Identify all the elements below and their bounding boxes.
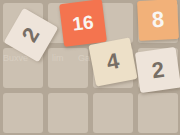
tile-8: 8 [137, 0, 179, 41]
tile-4: 4 [88, 37, 137, 86]
empty-cell [93, 93, 133, 133]
empty-cell [48, 48, 88, 88]
empty-cell [138, 93, 178, 133]
empty-cell [48, 93, 88, 133]
empty-cell [3, 93, 43, 133]
tile-16: 16 [59, 0, 107, 47]
tile-2: 2 [134, 46, 180, 92]
game-board-2048[interactable]: BuxvelimGa 216842 [0, 0, 180, 135]
